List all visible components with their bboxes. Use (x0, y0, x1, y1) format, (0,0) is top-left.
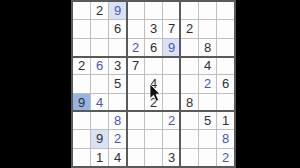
cell-r6c8[interactable] (199, 94, 216, 111)
cell-r1c3[interactable]: 9 (109, 2, 126, 19)
cell-r2c2[interactable] (91, 20, 108, 37)
cell-r5c6[interactable] (163, 75, 180, 92)
cell-r6c9[interactable] (217, 94, 234, 111)
cell-r1c1[interactable] (73, 2, 90, 19)
cell-r8c9[interactable]: 8 (217, 130, 234, 147)
cell-r1c6[interactable] (163, 2, 180, 19)
cell-r8c8[interactable] (199, 130, 216, 147)
letterbox-left (0, 0, 71, 168)
cell-r5c2[interactable] (91, 75, 108, 92)
cell-r2c3[interactable]: 6 (109, 20, 126, 37)
cell-r7c8[interactable]: 5 (199, 112, 216, 129)
cell-r7c4[interactable] (127, 112, 144, 129)
cell-r9c6[interactable]: 3 (163, 149, 180, 166)
cell-r9c1[interactable] (73, 149, 90, 166)
cell-r2c6[interactable]: 7 (163, 20, 180, 37)
cell-r5c3[interactable]: 5 (109, 75, 126, 92)
cell-r4c2[interactable]: 6 (91, 57, 108, 74)
cell-r8c3[interactable]: 2 (109, 130, 126, 147)
cell-r5c7[interactable] (181, 75, 198, 92)
cell-r5c8[interactable]: 2 (199, 75, 216, 92)
cell-r2c7[interactable]: 2 (181, 20, 198, 37)
cell-r4c5[interactable] (145, 57, 162, 74)
cell-r3c9[interactable] (217, 39, 234, 56)
cell-r5c9[interactable]: 6 (217, 75, 234, 92)
cell-r5c1[interactable] (73, 75, 90, 92)
cell-r5c5[interactable]: 4 (145, 75, 162, 92)
cell-r4c8[interactable]: 4 (199, 57, 216, 74)
cell-r7c3[interactable]: 8 (109, 112, 126, 129)
cell-r9c9[interactable]: 2 (217, 149, 234, 166)
cell-r6c3[interactable] (109, 94, 126, 111)
cell-r3c4[interactable]: 2 (127, 39, 144, 56)
cell-r7c2[interactable] (91, 112, 108, 129)
cell-r2c9[interactable] (217, 20, 234, 37)
cell-r7c5[interactable] (145, 112, 162, 129)
cell-r9c7[interactable] (181, 149, 198, 166)
cell-r2c5[interactable]: 3 (145, 20, 162, 37)
cell-r4c3[interactable]: 3 (109, 57, 126, 74)
cell-r8c7[interactable] (181, 130, 198, 147)
cell-r1c7[interactable] (181, 2, 198, 19)
cell-r4c7[interactable] (181, 57, 198, 74)
cell-r3c8[interactable]: 8 (199, 39, 216, 56)
cell-r5c4[interactable] (127, 75, 144, 92)
cell-r9c3[interactable]: 4 (109, 149, 126, 166)
sudoku-app-screen: 2963722698263745426942882519281432 (0, 0, 300, 168)
cell-r3c2[interactable] (91, 39, 108, 56)
cell-r6c6[interactable] (163, 94, 180, 111)
cell-r6c2[interactable]: 4 (91, 94, 108, 111)
cell-r9c4[interactable] (127, 149, 144, 166)
cell-r6c1[interactable]: 9 (73, 94, 90, 111)
cell-r1c8[interactable] (199, 2, 216, 19)
cell-r9c5[interactable] (145, 149, 162, 166)
cell-r2c1[interactable] (73, 20, 90, 37)
cell-r3c6[interactable]: 9 (163, 39, 180, 56)
cell-r7c6[interactable]: 2 (163, 112, 180, 129)
cell-r3c5[interactable]: 6 (145, 39, 162, 56)
cell-r7c9[interactable]: 1 (217, 112, 234, 129)
cell-r8c1[interactable] (73, 130, 90, 147)
cell-r8c6[interactable] (163, 130, 180, 147)
letterbox-right (236, 0, 300, 168)
sudoku-board: 2963722698263745426942882519281432 (71, 0, 236, 168)
cell-r9c2[interactable]: 1 (91, 149, 108, 166)
cell-r4c4[interactable]: 7 (127, 57, 144, 74)
cell-r8c2[interactable]: 9 (91, 130, 108, 147)
cell-r3c1[interactable] (73, 39, 90, 56)
cell-r2c4[interactable] (127, 20, 144, 37)
cell-r1c5[interactable] (145, 2, 162, 19)
cell-r6c4[interactable] (127, 94, 144, 111)
cell-r7c1[interactable] (73, 112, 90, 129)
cell-r3c3[interactable] (109, 39, 126, 56)
cell-r9c8[interactable] (199, 149, 216, 166)
cell-r3c7[interactable] (181, 39, 198, 56)
cell-r2c8[interactable] (199, 20, 216, 37)
cell-r4c9[interactable] (217, 57, 234, 74)
cell-r8c4[interactable] (127, 130, 144, 147)
cell-r6c7[interactable]: 8 (181, 94, 198, 111)
cell-r4c6[interactable] (163, 57, 180, 74)
cell-r6c5[interactable]: 2 (145, 94, 162, 111)
cell-r1c4[interactable] (127, 2, 144, 19)
cell-r7c7[interactable] (181, 112, 198, 129)
cell-r1c2[interactable]: 2 (91, 2, 108, 19)
cell-r4c1[interactable]: 2 (73, 57, 90, 74)
cell-r8c5[interactable] (145, 130, 162, 147)
cell-r1c9[interactable] (217, 2, 234, 19)
